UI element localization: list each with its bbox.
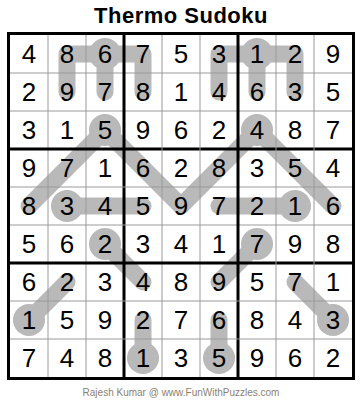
cell-r9c3: 8 <box>86 339 124 377</box>
cell-r4c1: 9 <box>10 149 48 187</box>
cell-r4c2: 7 <box>48 149 86 187</box>
cell-r7c9: 1 <box>314 263 352 301</box>
sudoku-board: 4867531292978146353159624879716283548345… <box>7 32 355 380</box>
cell-r2c1: 2 <box>10 73 48 111</box>
cell-r6c4: 3 <box>124 225 162 263</box>
cell-r4c6: 8 <box>200 149 238 187</box>
cell-r3c8: 8 <box>276 111 314 149</box>
cell-r7c2: 2 <box>48 263 86 301</box>
cell-r2c5: 1 <box>162 73 200 111</box>
cell-r9c1: 7 <box>10 339 48 377</box>
cell-r1c1: 4 <box>10 35 48 73</box>
cell-r4c8: 5 <box>276 149 314 187</box>
cell-r8c1: 1 <box>10 301 48 339</box>
cell-r2c6: 4 <box>200 73 238 111</box>
cell-r3c3: 5 <box>86 111 124 149</box>
cell-r7c1: 6 <box>10 263 48 301</box>
cell-r5c6: 7 <box>200 187 238 225</box>
cell-r4c4: 6 <box>124 149 162 187</box>
cell-r9c2: 4 <box>48 339 86 377</box>
cell-r5c8: 1 <box>276 187 314 225</box>
cell-r6c8: 9 <box>276 225 314 263</box>
cell-r5c5: 9 <box>162 187 200 225</box>
cell-r3c4: 9 <box>124 111 162 149</box>
cell-r4c5: 2 <box>162 149 200 187</box>
cell-r8c6: 6 <box>200 301 238 339</box>
cell-r8c3: 9 <box>86 301 124 339</box>
cell-r6c6: 1 <box>200 225 238 263</box>
cell-r1c8: 2 <box>276 35 314 73</box>
cell-r7c4: 4 <box>124 263 162 301</box>
cell-r5c7: 2 <box>238 187 276 225</box>
cell-r7c7: 5 <box>238 263 276 301</box>
cell-r6c9: 8 <box>314 225 352 263</box>
cell-r1c3: 6 <box>86 35 124 73</box>
cell-r6c1: 5 <box>10 225 48 263</box>
cell-r5c1: 8 <box>10 187 48 225</box>
cell-r3c5: 6 <box>162 111 200 149</box>
cell-r5c2: 3 <box>48 187 86 225</box>
cell-r5c4: 5 <box>124 187 162 225</box>
cell-r1c5: 5 <box>162 35 200 73</box>
cell-r5c9: 6 <box>314 187 352 225</box>
cell-r3c1: 3 <box>10 111 48 149</box>
cell-r6c2: 6 <box>48 225 86 263</box>
cell-r3c9: 7 <box>314 111 352 149</box>
cell-r9c8: 6 <box>276 339 314 377</box>
cell-r2c4: 8 <box>124 73 162 111</box>
cells-layer: 4867531292978146353159624879716283548345… <box>10 35 352 377</box>
cell-r3c7: 4 <box>238 111 276 149</box>
cell-r3c2: 1 <box>48 111 86 149</box>
puzzle-title: Thermo Sudoku <box>0 0 362 29</box>
cell-r5c3: 4 <box>86 187 124 225</box>
puzzle-page: Thermo Sudoku 48675312929781463531596248… <box>0 0 362 400</box>
cell-r4c3: 1 <box>86 149 124 187</box>
cell-r8c7: 8 <box>238 301 276 339</box>
cell-r2c2: 9 <box>48 73 86 111</box>
cell-r1c4: 7 <box>124 35 162 73</box>
cell-r6c3: 2 <box>86 225 124 263</box>
cell-r1c7: 1 <box>238 35 276 73</box>
cell-r2c8: 3 <box>276 73 314 111</box>
cell-r8c8: 4 <box>276 301 314 339</box>
cell-r7c3: 3 <box>86 263 124 301</box>
cell-r2c3: 7 <box>86 73 124 111</box>
cell-r8c5: 7 <box>162 301 200 339</box>
cell-r9c4: 1 <box>124 339 162 377</box>
cell-r2c7: 6 <box>238 73 276 111</box>
cell-r7c8: 7 <box>276 263 314 301</box>
cell-r8c9: 3 <box>314 301 352 339</box>
cell-r3c6: 2 <box>200 111 238 149</box>
cell-r9c6: 5 <box>200 339 238 377</box>
cell-r7c6: 9 <box>200 263 238 301</box>
cell-r8c2: 5 <box>48 301 86 339</box>
cell-r4c9: 4 <box>314 149 352 187</box>
cell-r2c9: 5 <box>314 73 352 111</box>
cell-r8c4: 2 <box>124 301 162 339</box>
footer-credit: Rajesh Kumar @ www.FunWithPuzzles.com <box>0 387 362 398</box>
cell-r6c5: 4 <box>162 225 200 263</box>
cell-r1c6: 3 <box>200 35 238 73</box>
cell-r9c5: 3 <box>162 339 200 377</box>
cell-r4c7: 3 <box>238 149 276 187</box>
cell-r6c7: 7 <box>238 225 276 263</box>
cell-r9c7: 9 <box>238 339 276 377</box>
cell-r9c9: 2 <box>314 339 352 377</box>
cell-r1c2: 8 <box>48 35 86 73</box>
cell-r7c5: 8 <box>162 263 200 301</box>
cell-r1c9: 9 <box>314 35 352 73</box>
